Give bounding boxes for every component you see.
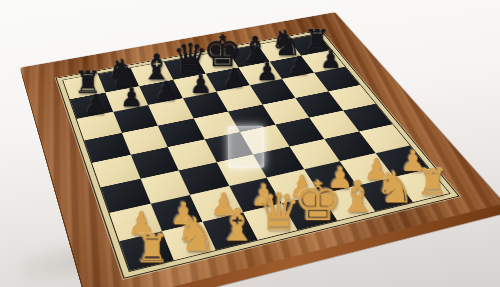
square-h4 xyxy=(343,103,392,130)
square-e1: ♚ xyxy=(282,194,337,230)
photo-backdrop: ♜♞♝♛♚♝♞♜♟♟♟♟♟♟♟♟♟♟♟♟♟♟♟♟♜♞♝♛♚♝♞♜ xyxy=(0,0,500,287)
black-pawn-h7: ♟ xyxy=(301,47,361,72)
square-a2: ♟ xyxy=(110,203,162,240)
black-rook-h8: ♜ xyxy=(288,25,346,54)
white-rook-h1: ♜ xyxy=(396,163,468,199)
square-b2: ♟ xyxy=(150,194,202,230)
watermark xyxy=(228,126,265,169)
white-pawn-h2: ♟ xyxy=(377,146,447,175)
